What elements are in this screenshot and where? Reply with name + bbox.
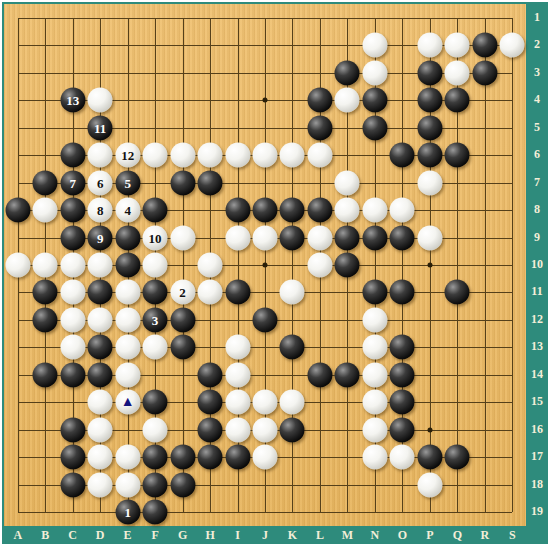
intersection-S7[interactable]	[499, 169, 526, 196]
intersection-N15[interactable]	[361, 389, 388, 416]
intersection-R2[interactable]	[471, 31, 498, 58]
intersection-E14[interactable]	[114, 361, 141, 388]
intersection-P4[interactable]	[416, 86, 443, 113]
intersection-N3[interactable]	[361, 59, 388, 86]
intersection-N4[interactable]	[361, 86, 388, 113]
intersection-Q10[interactable]	[444, 251, 471, 278]
intersection-E12[interactable]	[114, 306, 141, 333]
intersection-N9[interactable]	[361, 224, 388, 251]
intersection-K15[interactable]	[279, 389, 306, 416]
intersection-M15[interactable]	[334, 389, 361, 416]
intersection-D19[interactable]	[86, 499, 113, 526]
intersection-H17[interactable]	[196, 444, 223, 471]
intersection-R3[interactable]	[471, 59, 498, 86]
intersection-B19[interactable]	[31, 499, 58, 526]
intersection-N14[interactable]	[361, 361, 388, 388]
intersection-O17[interactable]	[389, 444, 416, 471]
intersection-J17[interactable]	[251, 444, 278, 471]
intersection-S17[interactable]	[499, 444, 526, 471]
intersection-M19[interactable]	[334, 499, 361, 526]
intersection-K9[interactable]	[279, 224, 306, 251]
intersection-L10[interactable]	[306, 251, 333, 278]
intersection-H18[interactable]	[196, 471, 223, 498]
intersection-H3[interactable]	[196, 59, 223, 86]
intersection-N7[interactable]	[361, 169, 388, 196]
intersection-Q5[interactable]	[444, 114, 471, 141]
intersection-E15[interactable]: ▲	[114, 389, 141, 416]
intersection-D5[interactable]: 11	[86, 114, 113, 141]
intersection-I8[interactable]	[224, 196, 251, 223]
intersection-J14[interactable]	[251, 361, 278, 388]
intersection-O4[interactable]	[389, 86, 416, 113]
intersection-F14[interactable]	[141, 361, 168, 388]
intersection-E6[interactable]: 12	[114, 141, 141, 168]
intersection-O1[interactable]	[389, 4, 416, 31]
intersection-O13[interactable]	[389, 334, 416, 361]
intersection-Q19[interactable]	[444, 499, 471, 526]
intersection-H19[interactable]	[196, 499, 223, 526]
intersection-R15[interactable]	[471, 389, 498, 416]
intersection-D17[interactable]	[86, 444, 113, 471]
intersection-E5[interactable]	[114, 114, 141, 141]
intersection-F10[interactable]	[141, 251, 168, 278]
intersection-C14[interactable]	[59, 361, 86, 388]
intersection-A19[interactable]	[4, 499, 31, 526]
intersection-E1[interactable]	[114, 4, 141, 31]
intersection-O2[interactable]	[389, 31, 416, 58]
intersection-S16[interactable]	[499, 416, 526, 443]
intersection-A2[interactable]	[4, 31, 31, 58]
intersection-F18[interactable]	[141, 471, 168, 498]
intersection-F13[interactable]	[141, 334, 168, 361]
intersection-P8[interactable]	[416, 196, 443, 223]
intersection-J7[interactable]	[251, 169, 278, 196]
intersection-I4[interactable]	[224, 86, 251, 113]
intersection-R4[interactable]	[471, 86, 498, 113]
intersection-R16[interactable]	[471, 416, 498, 443]
intersection-K14[interactable]	[279, 361, 306, 388]
intersection-A7[interactable]	[4, 169, 31, 196]
intersection-L16[interactable]	[306, 416, 333, 443]
intersection-R9[interactable]	[471, 224, 498, 251]
intersection-J5[interactable]	[251, 114, 278, 141]
intersection-P17[interactable]	[416, 444, 443, 471]
intersection-R19[interactable]	[471, 499, 498, 526]
intersection-M11[interactable]	[334, 279, 361, 306]
intersection-H4[interactable]	[196, 86, 223, 113]
intersection-Q4[interactable]	[444, 86, 471, 113]
intersection-H1[interactable]	[196, 4, 223, 31]
intersection-L7[interactable]	[306, 169, 333, 196]
intersection-I16[interactable]	[224, 416, 251, 443]
intersection-P12[interactable]	[416, 306, 443, 333]
intersection-E7[interactable]: 5	[114, 169, 141, 196]
intersection-C2[interactable]	[59, 31, 86, 58]
intersection-J19[interactable]	[251, 499, 278, 526]
intersection-R5[interactable]	[471, 114, 498, 141]
intersection-I19[interactable]	[224, 499, 251, 526]
intersection-H16[interactable]	[196, 416, 223, 443]
intersection-E4[interactable]	[114, 86, 141, 113]
intersection-G18[interactable]	[169, 471, 196, 498]
intersection-N11[interactable]	[361, 279, 388, 306]
intersection-C18[interactable]	[59, 471, 86, 498]
intersection-G19[interactable]	[169, 499, 196, 526]
intersection-K18[interactable]	[279, 471, 306, 498]
intersection-G14[interactable]	[169, 361, 196, 388]
intersection-B5[interactable]	[31, 114, 58, 141]
intersection-R17[interactable]	[471, 444, 498, 471]
intersection-M6[interactable]	[334, 141, 361, 168]
intersection-G7[interactable]	[169, 169, 196, 196]
intersection-P6[interactable]	[416, 141, 443, 168]
intersection-M16[interactable]	[334, 416, 361, 443]
intersection-R8[interactable]	[471, 196, 498, 223]
intersection-I10[interactable]	[224, 251, 251, 278]
intersection-D4[interactable]	[86, 86, 113, 113]
intersection-E18[interactable]	[114, 471, 141, 498]
intersection-J10[interactable]	[251, 251, 278, 278]
intersection-L14[interactable]	[306, 361, 333, 388]
intersection-O16[interactable]	[389, 416, 416, 443]
intersection-B13[interactable]	[31, 334, 58, 361]
intersection-N6[interactable]	[361, 141, 388, 168]
intersection-A17[interactable]	[4, 444, 31, 471]
intersection-M14[interactable]	[334, 361, 361, 388]
intersection-F15[interactable]	[141, 389, 168, 416]
intersection-R6[interactable]	[471, 141, 498, 168]
intersection-O5[interactable]	[389, 114, 416, 141]
intersection-M2[interactable]	[334, 31, 361, 58]
intersection-M18[interactable]	[334, 471, 361, 498]
intersection-C10[interactable]	[59, 251, 86, 278]
intersection-H14[interactable]	[196, 361, 223, 388]
intersection-M13[interactable]	[334, 334, 361, 361]
intersection-A4[interactable]	[4, 86, 31, 113]
intersection-G10[interactable]	[169, 251, 196, 278]
intersection-E13[interactable]	[114, 334, 141, 361]
intersection-C16[interactable]	[59, 416, 86, 443]
intersection-Q13[interactable]	[444, 334, 471, 361]
intersection-A3[interactable]	[4, 59, 31, 86]
intersection-Q16[interactable]	[444, 416, 471, 443]
intersection-L19[interactable]	[306, 499, 333, 526]
intersection-H6[interactable]	[196, 141, 223, 168]
intersection-B3[interactable]	[31, 59, 58, 86]
intersection-N19[interactable]	[361, 499, 388, 526]
intersection-I3[interactable]	[224, 59, 251, 86]
intersection-I18[interactable]	[224, 471, 251, 498]
intersection-A10[interactable]	[4, 251, 31, 278]
intersection-G13[interactable]	[169, 334, 196, 361]
intersection-B17[interactable]	[31, 444, 58, 471]
intersection-M5[interactable]	[334, 114, 361, 141]
intersection-A5[interactable]	[4, 114, 31, 141]
intersection-F3[interactable]	[141, 59, 168, 86]
intersection-A1[interactable]	[4, 4, 31, 31]
intersection-B10[interactable]	[31, 251, 58, 278]
intersection-P10[interactable]	[416, 251, 443, 278]
intersection-I6[interactable]	[224, 141, 251, 168]
intersection-L8[interactable]	[306, 196, 333, 223]
intersection-S1[interactable]	[499, 4, 526, 31]
intersection-K17[interactable]	[279, 444, 306, 471]
intersection-S10[interactable]	[499, 251, 526, 278]
intersection-S13[interactable]	[499, 334, 526, 361]
intersection-N1[interactable]	[361, 4, 388, 31]
intersection-C9[interactable]	[59, 224, 86, 251]
intersection-I15[interactable]	[224, 389, 251, 416]
intersection-N17[interactable]	[361, 444, 388, 471]
intersection-Q6[interactable]	[444, 141, 471, 168]
intersection-K1[interactable]	[279, 4, 306, 31]
intersection-Q18[interactable]	[444, 471, 471, 498]
intersection-L15[interactable]	[306, 389, 333, 416]
intersection-M3[interactable]	[334, 59, 361, 86]
intersection-D10[interactable]	[86, 251, 113, 278]
intersection-E3[interactable]	[114, 59, 141, 86]
intersection-G12[interactable]	[169, 306, 196, 333]
intersection-M10[interactable]	[334, 251, 361, 278]
intersection-I11[interactable]	[224, 279, 251, 306]
intersection-L12[interactable]	[306, 306, 333, 333]
intersection-I2[interactable]	[224, 31, 251, 58]
intersection-J13[interactable]	[251, 334, 278, 361]
intersection-K8[interactable]	[279, 196, 306, 223]
intersection-R12[interactable]	[471, 306, 498, 333]
intersection-C15[interactable]	[59, 389, 86, 416]
intersection-K11[interactable]	[279, 279, 306, 306]
intersection-I1[interactable]	[224, 4, 251, 31]
intersection-L5[interactable]	[306, 114, 333, 141]
intersection-K7[interactable]	[279, 169, 306, 196]
intersection-P14[interactable]	[416, 361, 443, 388]
intersection-S2[interactable]	[499, 31, 526, 58]
intersection-J4[interactable]	[251, 86, 278, 113]
intersection-K19[interactable]	[279, 499, 306, 526]
intersection-L13[interactable]	[306, 334, 333, 361]
intersection-E10[interactable]	[114, 251, 141, 278]
intersection-F16[interactable]	[141, 416, 168, 443]
intersection-A11[interactable]	[4, 279, 31, 306]
intersection-O8[interactable]	[389, 196, 416, 223]
intersection-M4[interactable]	[334, 86, 361, 113]
intersection-B18[interactable]	[31, 471, 58, 498]
intersection-L9[interactable]	[306, 224, 333, 251]
intersection-D12[interactable]	[86, 306, 113, 333]
intersection-G9[interactable]	[169, 224, 196, 251]
intersection-E11[interactable]	[114, 279, 141, 306]
intersection-D11[interactable]	[86, 279, 113, 306]
intersection-F11[interactable]	[141, 279, 168, 306]
intersection-I13[interactable]	[224, 334, 251, 361]
intersection-R11[interactable]	[471, 279, 498, 306]
intersection-N10[interactable]	[361, 251, 388, 278]
intersection-R7[interactable]	[471, 169, 498, 196]
intersection-H2[interactable]	[196, 31, 223, 58]
intersection-N2[interactable]	[361, 31, 388, 58]
intersection-M9[interactable]	[334, 224, 361, 251]
intersection-I17[interactable]	[224, 444, 251, 471]
intersection-O11[interactable]	[389, 279, 416, 306]
intersection-R14[interactable]	[471, 361, 498, 388]
intersection-O7[interactable]	[389, 169, 416, 196]
intersection-O6[interactable]	[389, 141, 416, 168]
intersection-E8[interactable]: 4	[114, 196, 141, 223]
intersection-A6[interactable]	[4, 141, 31, 168]
intersection-M1[interactable]	[334, 4, 361, 31]
intersection-K12[interactable]	[279, 306, 306, 333]
intersection-A16[interactable]	[4, 416, 31, 443]
intersection-E2[interactable]	[114, 31, 141, 58]
intersection-A15[interactable]	[4, 389, 31, 416]
intersection-F8[interactable]	[141, 196, 168, 223]
intersection-E17[interactable]	[114, 444, 141, 471]
intersection-B2[interactable]	[31, 31, 58, 58]
intersection-S6[interactable]	[499, 141, 526, 168]
intersection-A9[interactable]	[4, 224, 31, 251]
intersection-B16[interactable]	[31, 416, 58, 443]
intersection-P18[interactable]	[416, 471, 443, 498]
intersection-C17[interactable]	[59, 444, 86, 471]
intersection-L3[interactable]	[306, 59, 333, 86]
intersection-C19[interactable]	[59, 499, 86, 526]
intersection-H13[interactable]	[196, 334, 223, 361]
intersection-S3[interactable]	[499, 59, 526, 86]
intersection-S5[interactable]	[499, 114, 526, 141]
intersection-F17[interactable]	[141, 444, 168, 471]
intersection-D16[interactable]	[86, 416, 113, 443]
intersection-F19[interactable]	[141, 499, 168, 526]
intersection-R18[interactable]	[471, 471, 498, 498]
intersection-L1[interactable]	[306, 4, 333, 31]
intersection-C7[interactable]: 7	[59, 169, 86, 196]
intersection-M8[interactable]	[334, 196, 361, 223]
intersection-H10[interactable]	[196, 251, 223, 278]
intersection-N16[interactable]	[361, 416, 388, 443]
intersection-C1[interactable]	[59, 4, 86, 31]
intersection-A13[interactable]	[4, 334, 31, 361]
intersection-E9[interactable]	[114, 224, 141, 251]
intersection-P19[interactable]	[416, 499, 443, 526]
intersection-Q14[interactable]	[444, 361, 471, 388]
intersection-F4[interactable]	[141, 86, 168, 113]
intersection-J16[interactable]	[251, 416, 278, 443]
intersection-G11[interactable]: 2	[169, 279, 196, 306]
intersection-K16[interactable]	[279, 416, 306, 443]
intersection-O15[interactable]	[389, 389, 416, 416]
intersection-S4[interactable]	[499, 86, 526, 113]
intersection-O18[interactable]	[389, 471, 416, 498]
intersection-Q1[interactable]	[444, 4, 471, 31]
intersection-G16[interactable]	[169, 416, 196, 443]
intersection-R1[interactable]	[471, 4, 498, 31]
intersection-J15[interactable]	[251, 389, 278, 416]
intersection-N12[interactable]	[361, 306, 388, 333]
intersection-P15[interactable]	[416, 389, 443, 416]
intersection-L11[interactable]	[306, 279, 333, 306]
intersection-D3[interactable]	[86, 59, 113, 86]
intersection-E16[interactable]	[114, 416, 141, 443]
intersection-K5[interactable]	[279, 114, 306, 141]
intersection-G6[interactable]	[169, 141, 196, 168]
intersection-D8[interactable]: 8	[86, 196, 113, 223]
intersection-Q15[interactable]	[444, 389, 471, 416]
intersection-G5[interactable]	[169, 114, 196, 141]
intersection-C3[interactable]	[59, 59, 86, 86]
intersection-P2[interactable]	[416, 31, 443, 58]
intersection-L2[interactable]	[306, 31, 333, 58]
intersection-F12[interactable]: 3	[141, 306, 168, 333]
intersection-P1[interactable]	[416, 4, 443, 31]
intersection-G17[interactable]	[169, 444, 196, 471]
intersection-I12[interactable]	[224, 306, 251, 333]
intersection-J2[interactable]	[251, 31, 278, 58]
intersection-R10[interactable]	[471, 251, 498, 278]
intersection-H9[interactable]	[196, 224, 223, 251]
intersection-Q17[interactable]	[444, 444, 471, 471]
intersection-G2[interactable]	[169, 31, 196, 58]
intersection-F1[interactable]	[141, 4, 168, 31]
intersection-E19[interactable]: 1	[114, 499, 141, 526]
intersection-H12[interactable]	[196, 306, 223, 333]
intersection-G8[interactable]	[169, 196, 196, 223]
intersection-O9[interactable]	[389, 224, 416, 251]
intersection-C5[interactable]	[59, 114, 86, 141]
intersection-K6[interactable]	[279, 141, 306, 168]
intersection-R13[interactable]	[471, 334, 498, 361]
intersection-I7[interactable]	[224, 169, 251, 196]
intersection-D18[interactable]	[86, 471, 113, 498]
intersection-O3[interactable]	[389, 59, 416, 86]
intersection-P7[interactable]	[416, 169, 443, 196]
intersection-Q9[interactable]	[444, 224, 471, 251]
intersection-K2[interactable]	[279, 31, 306, 58]
intersection-J11[interactable]	[251, 279, 278, 306]
intersection-B14[interactable]	[31, 361, 58, 388]
intersection-S15[interactable]	[499, 389, 526, 416]
intersection-C11[interactable]	[59, 279, 86, 306]
intersection-K13[interactable]	[279, 334, 306, 361]
intersection-S18[interactable]	[499, 471, 526, 498]
intersection-C12[interactable]	[59, 306, 86, 333]
intersection-F9[interactable]: 10	[141, 224, 168, 251]
intersection-S14[interactable]	[499, 361, 526, 388]
intersection-O12[interactable]	[389, 306, 416, 333]
intersection-Q3[interactable]	[444, 59, 471, 86]
intersection-H8[interactable]	[196, 196, 223, 223]
intersection-P9[interactable]	[416, 224, 443, 251]
intersection-H11[interactable]	[196, 279, 223, 306]
intersection-J18[interactable]	[251, 471, 278, 498]
intersection-J9[interactable]	[251, 224, 278, 251]
intersection-D2[interactable]	[86, 31, 113, 58]
intersection-S11[interactable]	[499, 279, 526, 306]
intersection-N13[interactable]	[361, 334, 388, 361]
intersection-N8[interactable]	[361, 196, 388, 223]
intersection-O14[interactable]	[389, 361, 416, 388]
intersection-O19[interactable]	[389, 499, 416, 526]
intersection-F7[interactable]	[141, 169, 168, 196]
intersection-O10[interactable]	[389, 251, 416, 278]
intersection-G15[interactable]	[169, 389, 196, 416]
intersection-S8[interactable]	[499, 196, 526, 223]
intersection-F5[interactable]	[141, 114, 168, 141]
intersection-P16[interactable]	[416, 416, 443, 443]
intersection-H5[interactable]	[196, 114, 223, 141]
intersection-M12[interactable]	[334, 306, 361, 333]
intersection-D15[interactable]	[86, 389, 113, 416]
